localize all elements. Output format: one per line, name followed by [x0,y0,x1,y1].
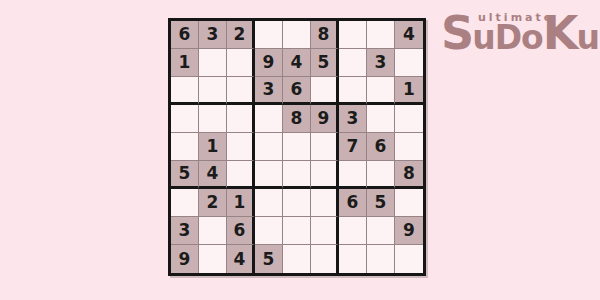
cell-r4c3[interactable] [227,105,255,133]
cell-r2c2[interactable] [199,49,227,77]
cell-r1c2[interactable]: 3 [199,21,227,49]
cell-r1c5[interactable] [283,21,311,49]
cell-r2c4[interactable]: 9 [255,49,283,77]
cell-r9c2[interactable] [199,245,227,273]
cell-r5c3[interactable] [227,133,255,161]
cell-r6c9[interactable]: 8 [395,161,423,189]
cell-r4c7[interactable]: 3 [339,105,367,133]
cell-r7c9[interactable] [395,189,423,217]
cell-r7c8[interactable]: 5 [367,189,395,217]
logo-letter-d: D [495,21,521,54]
sudoku-board: 63284194533618931765482165369945 [168,18,426,276]
cell-r1c1[interactable]: 6 [171,21,199,49]
cell-r3c6[interactable] [311,77,339,105]
cell-r2c7[interactable] [339,49,367,77]
cell-r6c8[interactable] [367,161,395,189]
cell-r4c9[interactable] [395,105,423,133]
cell-r3c8[interactable] [367,77,395,105]
logo-letter-s: S [441,10,472,56]
cell-r1c7[interactable] [339,21,367,49]
cell-r8c3[interactable]: 6 [227,217,255,245]
cell-r6c5[interactable] [283,161,311,189]
logo-letter-o: o [521,21,543,54]
cell-r4c6[interactable]: 9 [311,105,339,133]
cell-r5c9[interactable] [395,133,423,161]
cell-r6c3[interactable] [227,161,255,189]
cell-r7c1[interactable] [171,189,199,217]
cell-r8c2[interactable] [199,217,227,245]
cell-r6c4[interactable] [255,161,283,189]
logo-letter-u1: u [472,21,495,54]
cell-r3c1[interactable] [171,77,199,105]
cell-r3c3[interactable] [227,77,255,105]
cell-r3c9[interactable]: 1 [395,77,423,105]
cell-r5c2[interactable]: 1 [199,133,227,161]
cell-r8c6[interactable] [311,217,339,245]
cell-r9c7[interactable] [339,245,367,273]
cell-r3c7[interactable] [339,77,367,105]
cell-r6c1[interactable]: 5 [171,161,199,189]
cell-r8c1[interactable]: 3 [171,217,199,245]
cell-r5c4[interactable] [255,133,283,161]
cell-r8c8[interactable] [367,217,395,245]
cell-r9c5[interactable] [283,245,311,273]
cell-r9c1[interactable]: 9 [171,245,199,273]
cell-r4c1[interactable] [171,105,199,133]
cell-r6c6[interactable] [311,161,339,189]
cell-r9c8[interactable] [367,245,395,273]
cell-r8c5[interactable] [283,217,311,245]
cell-r2c1[interactable]: 1 [171,49,199,77]
logo-title: S u D o K u [441,10,599,56]
cell-r7c6[interactable] [311,189,339,217]
cell-r8c9[interactable]: 9 [395,217,423,245]
cell-r4c5[interactable]: 8 [283,105,311,133]
cell-r3c2[interactable] [199,77,227,105]
cell-r1c3[interactable]: 2 [227,21,255,49]
cell-r9c9[interactable] [395,245,423,273]
cell-r5c1[interactable] [171,133,199,161]
cell-r1c4[interactable] [255,21,283,49]
cell-r9c6[interactable] [311,245,339,273]
logo: ultimate S u D o K u [441,8,597,60]
cell-r8c4[interactable] [255,217,283,245]
logo-letter-u2: u [576,21,599,54]
cell-r4c4[interactable] [255,105,283,133]
cell-r7c3[interactable]: 1 [227,189,255,217]
cell-r1c6[interactable]: 8 [311,21,339,49]
cell-r2c6[interactable]: 5 [311,49,339,77]
cell-r7c7[interactable]: 6 [339,189,367,217]
cell-r6c2[interactable]: 4 [199,161,227,189]
cell-r6c7[interactable] [339,161,367,189]
logo-letter-k: K [543,10,577,56]
cell-r7c5[interactable] [283,189,311,217]
cell-r4c8[interactable] [367,105,395,133]
cell-r4c2[interactable] [199,105,227,133]
cell-r2c9[interactable] [395,49,423,77]
cell-r9c3[interactable]: 4 [227,245,255,273]
cell-r7c4[interactable] [255,189,283,217]
cell-r2c3[interactable] [227,49,255,77]
cell-r2c5[interactable]: 4 [283,49,311,77]
cell-r5c7[interactable]: 7 [339,133,367,161]
cell-r3c5[interactable]: 6 [283,77,311,105]
cell-r1c8[interactable] [367,21,395,49]
cell-r5c8[interactable]: 6 [367,133,395,161]
cell-r3c4[interactable]: 3 [255,77,283,105]
cell-r1c9[interactable]: 4 [395,21,423,49]
page: { "game": "sudoku", "position": [ "632..… [0,0,600,300]
cell-r8c7[interactable] [339,217,367,245]
cell-r5c5[interactable] [283,133,311,161]
cell-r9c4[interactable]: 5 [255,245,283,273]
cell-r2c8[interactable]: 3 [367,49,395,77]
cell-r5c6[interactable] [311,133,339,161]
cell-r7c2[interactable]: 2 [199,189,227,217]
